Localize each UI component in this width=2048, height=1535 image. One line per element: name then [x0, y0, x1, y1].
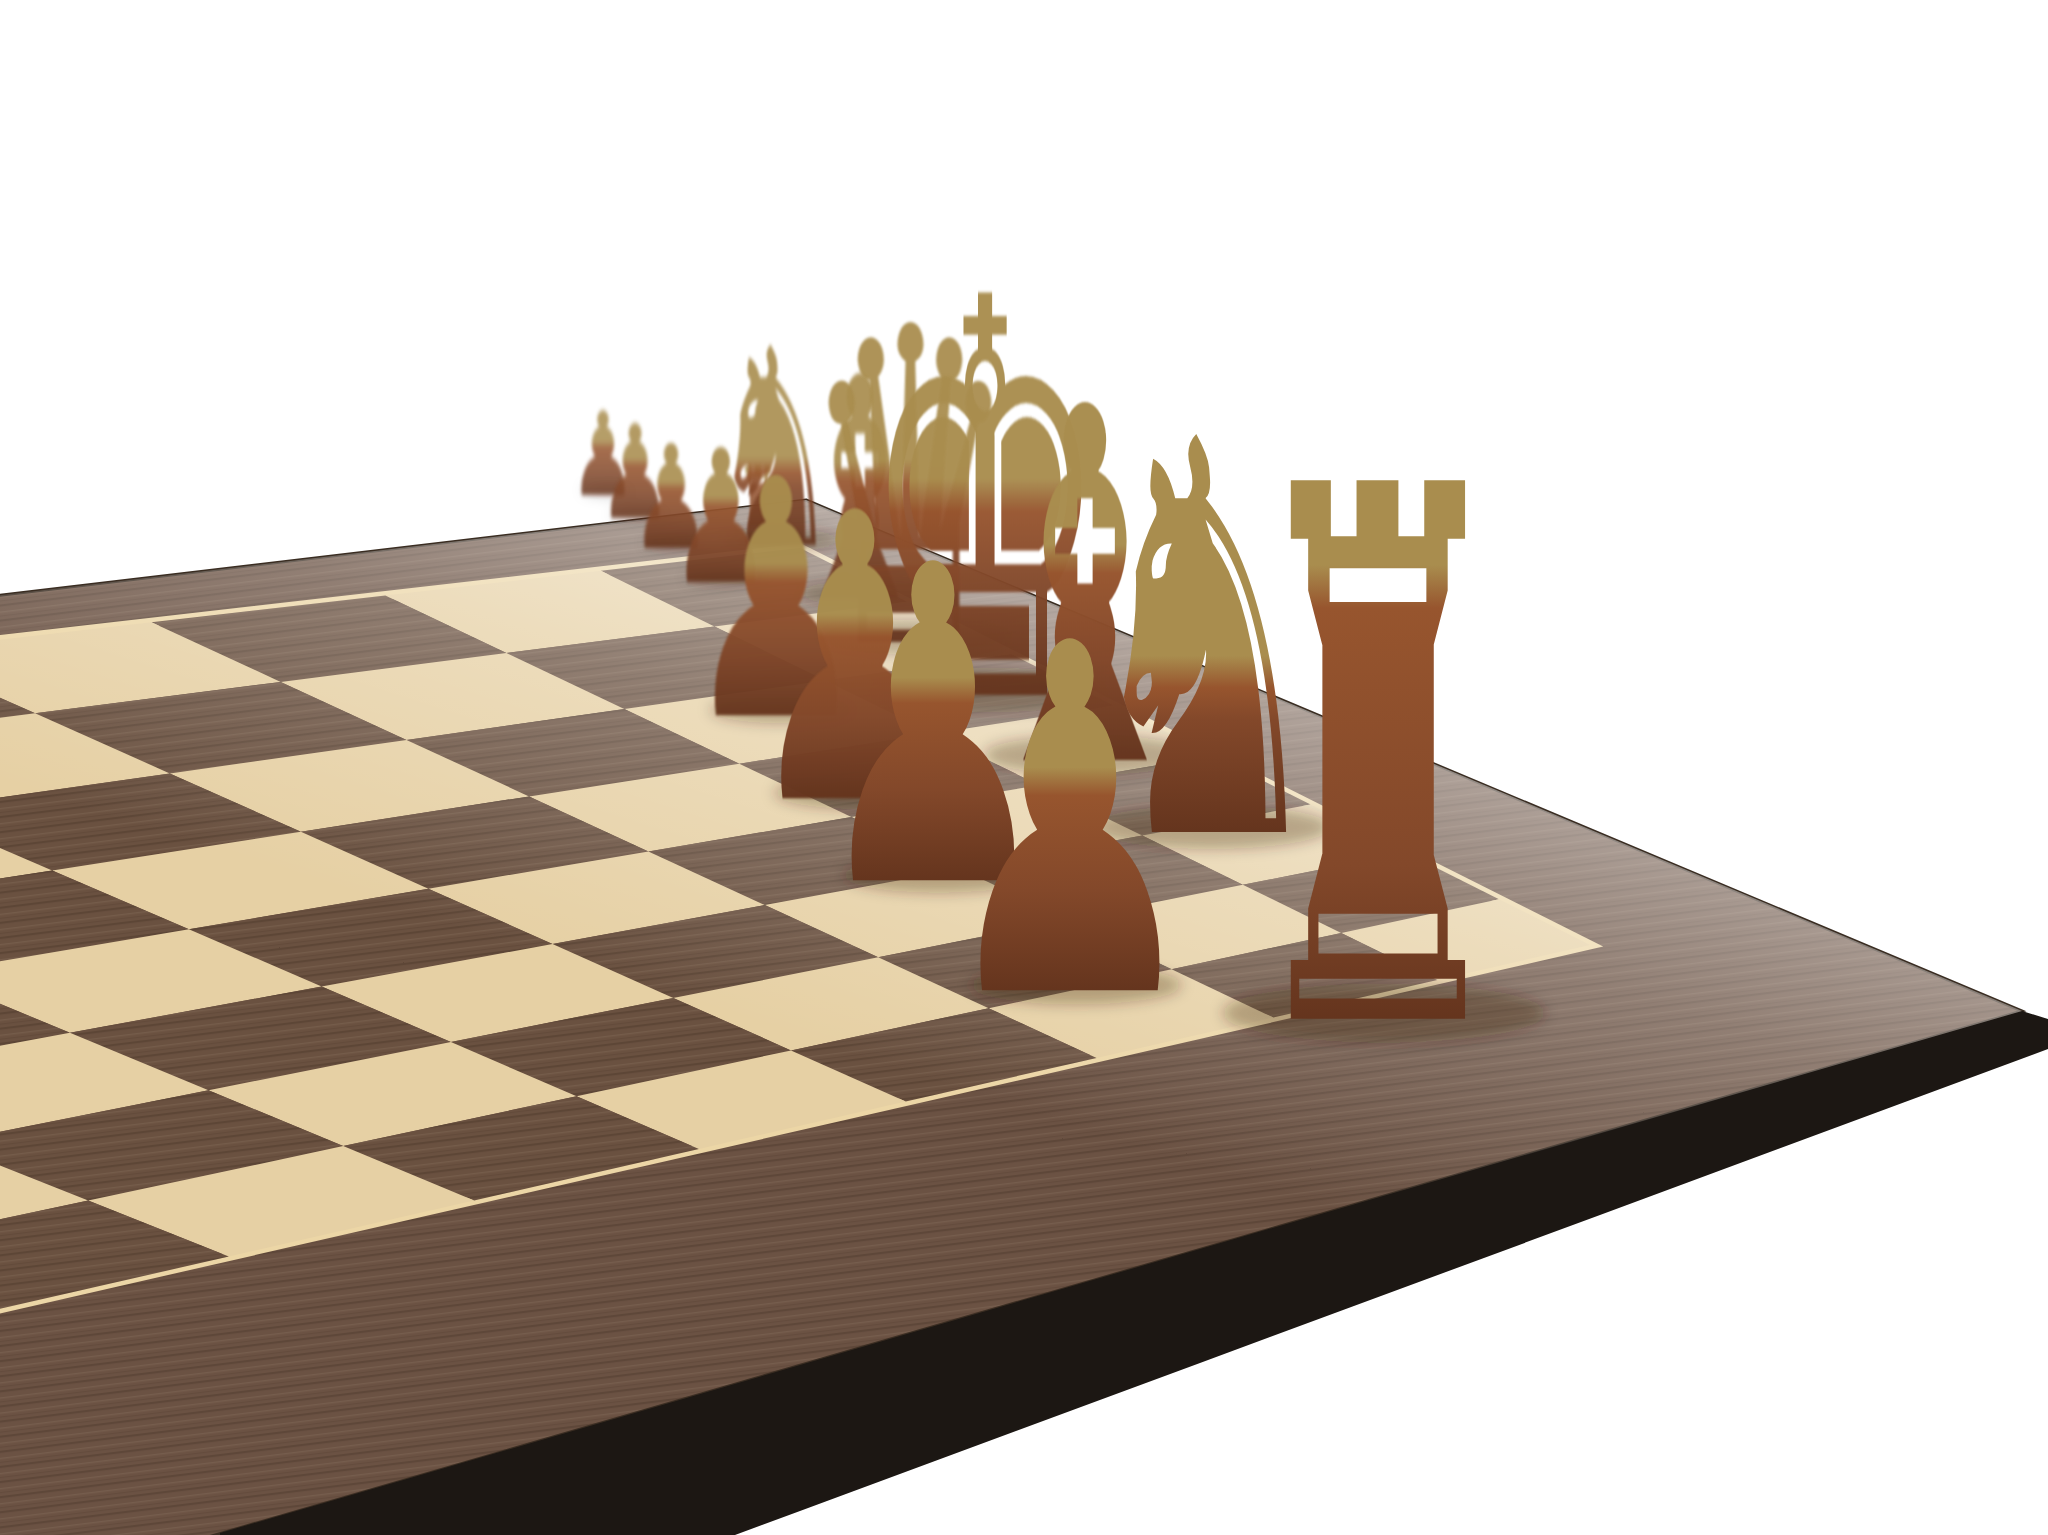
chess-photo-stage: ♟♟♜♞♟♟♝♛♚♟♝♟♞♟♟♜ [0, 0, 2048, 1535]
board-svg: ♟♟♜♞♟♟♝♛♚♟♝♟♞♟♟♜ [0, 0, 2048, 1535]
piece-white-rook-h1: ♜ [1239, 333, 1517, 1191]
piece-white-pawn-h2: ♟ [936, 543, 1204, 1104]
